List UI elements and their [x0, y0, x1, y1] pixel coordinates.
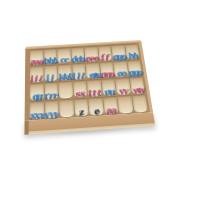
compartment-r4c2: yyy [44, 100, 58, 119]
compartment-r2c2: jj [44, 64, 58, 81]
compartment-r1c2: bbb [44, 48, 57, 64]
compartment-r2c1: iii [30, 65, 43, 82]
compartment-r2c6: nnn [99, 61, 114, 78]
compartment-r2c8: ppp [127, 59, 142, 76]
alphabet-tray: aaabbbccdddeeeffggghhiiijjkkklllmmnnnoop… [24, 40, 155, 135]
compartment-r4c6: aa [103, 96, 119, 115]
compartment-r4c7 [117, 95, 133, 114]
compartment-r4c4: z [74, 98, 89, 117]
compartment-r4c5: e [88, 97, 103, 116]
compartment-r1c4: ddd [71, 47, 85, 63]
compartment-r3c8: ww [129, 76, 145, 94]
compartment-r1c5: eee [84, 46, 98, 62]
compartment-r2c4: lll [72, 63, 86, 80]
compartment-r3c6: uu [101, 78, 116, 96]
compartment-r3c5: ttt [87, 79, 102, 97]
compartment-r3c3 [58, 81, 72, 99]
product-photo: aaabbbccdddeeeffggghhiiijjkkklllmmnnnoop… [0, 0, 200, 200]
compartment-r1c8: hh [125, 43, 140, 59]
compartment-r3c7: vv [115, 77, 130, 95]
compartment-r3c2: rrr [44, 82, 58, 100]
compartment-r4c8 [132, 94, 148, 113]
compartment-r4c3 [59, 99, 74, 118]
tray-grid: aaabbbccdddeeeffggghhiiijjkkklllmmnnnoop… [25, 42, 153, 121]
compartment-r3c4: ss [73, 80, 87, 98]
compartment-r1c7: ggg [111, 44, 126, 60]
